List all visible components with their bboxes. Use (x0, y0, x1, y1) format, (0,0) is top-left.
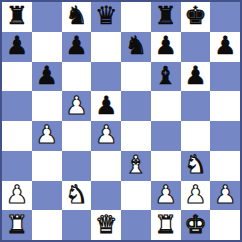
square-b6[interactable]: ♟ (32, 62, 62, 92)
square-d2[interactable] (91, 181, 121, 211)
square-f7[interactable]: ♟ (151, 32, 181, 62)
black-pawn[interactable]: ♟ (35, 63, 57, 88)
square-d1[interactable]: ♛ (91, 210, 121, 240)
chess-board: ♜♞♛♜♚♟♟♞♟♟♟♝♟♟♟♟♟♝♞♟♞♟♟♟♜♛♜♚ (2, 2, 240, 240)
square-e6[interactable] (121, 62, 151, 92)
square-d5[interactable]: ♟ (91, 91, 121, 121)
square-h3[interactable] (210, 151, 240, 181)
square-d8[interactable]: ♛ (91, 2, 121, 32)
black-pawn[interactable]: ♟ (214, 33, 236, 58)
square-b5[interactable] (32, 91, 62, 121)
square-f1[interactable]: ♜ (151, 210, 181, 240)
square-e3[interactable]: ♝ (121, 151, 151, 181)
black-pawn[interactable]: ♟ (154, 33, 176, 58)
white-knight[interactable]: ♞ (65, 182, 87, 207)
square-a4[interactable] (2, 121, 32, 151)
chess-board-frame: ♜♞♛♜♚♟♟♞♟♟♟♝♟♟♟♟♟♝♞♟♞♟♟♟♜♛♜♚ (0, 0, 242, 242)
square-c6[interactable] (62, 62, 92, 92)
black-queen[interactable]: ♛ (95, 3, 117, 28)
black-knight[interactable]: ♞ (65, 3, 87, 28)
square-d6[interactable] (91, 62, 121, 92)
square-f3[interactable] (151, 151, 181, 181)
square-c7[interactable]: ♟ (62, 32, 92, 62)
black-pawn[interactable]: ♟ (6, 33, 28, 58)
white-pawn[interactable]: ♟ (95, 122, 117, 147)
square-g8[interactable]: ♚ (181, 2, 211, 32)
square-g6[interactable]: ♟ (181, 62, 211, 92)
square-e5[interactable] (121, 91, 151, 121)
square-b2[interactable] (32, 181, 62, 211)
white-pawn[interactable]: ♟ (35, 122, 57, 147)
square-f8[interactable]: ♜ (151, 2, 181, 32)
square-g5[interactable] (181, 91, 211, 121)
square-h4[interactable] (210, 121, 240, 151)
square-g7[interactable] (181, 32, 211, 62)
black-pawn[interactable]: ♟ (65, 33, 87, 58)
square-f6[interactable]: ♝ (151, 62, 181, 92)
black-pawn[interactable]: ♟ (184, 63, 206, 88)
black-rook[interactable]: ♜ (6, 3, 28, 28)
white-pawn[interactable]: ♟ (184, 182, 206, 207)
square-g4[interactable] (181, 121, 211, 151)
square-b1[interactable] (32, 210, 62, 240)
square-e2[interactable] (121, 181, 151, 211)
square-g3[interactable]: ♞ (181, 151, 211, 181)
square-e4[interactable] (121, 121, 151, 151)
black-bishop[interactable]: ♝ (154, 63, 176, 88)
square-e7[interactable]: ♞ (121, 32, 151, 62)
square-f5[interactable] (151, 91, 181, 121)
square-b4[interactable]: ♟ (32, 121, 62, 151)
square-a3[interactable] (2, 151, 32, 181)
square-c1[interactable] (62, 210, 92, 240)
white-pawn[interactable]: ♟ (6, 182, 28, 207)
black-pawn[interactable]: ♟ (95, 93, 117, 118)
square-d4[interactable]: ♟ (91, 121, 121, 151)
square-c8[interactable]: ♞ (62, 2, 92, 32)
square-c4[interactable] (62, 121, 92, 151)
square-h6[interactable] (210, 62, 240, 92)
square-h5[interactable] (210, 91, 240, 121)
white-pawn[interactable]: ♟ (65, 93, 87, 118)
square-h7[interactable]: ♟ (210, 32, 240, 62)
white-pawn[interactable]: ♟ (154, 182, 176, 207)
square-d3[interactable] (91, 151, 121, 181)
square-h8[interactable] (210, 2, 240, 32)
white-rook[interactable]: ♜ (6, 212, 28, 237)
white-king[interactable]: ♚ (184, 212, 206, 237)
black-knight[interactable]: ♞ (125, 33, 147, 58)
white-queen[interactable]: ♛ (95, 212, 117, 237)
white-rook[interactable]: ♜ (154, 212, 176, 237)
square-c5[interactable]: ♟ (62, 91, 92, 121)
square-a1[interactable]: ♜ (2, 210, 32, 240)
square-e8[interactable] (121, 2, 151, 32)
white-knight[interactable]: ♞ (184, 152, 206, 177)
square-a5[interactable] (2, 91, 32, 121)
square-d7[interactable] (91, 32, 121, 62)
square-a2[interactable]: ♟ (2, 181, 32, 211)
square-h1[interactable] (210, 210, 240, 240)
square-b3[interactable] (32, 151, 62, 181)
square-b8[interactable] (32, 2, 62, 32)
square-c3[interactable] (62, 151, 92, 181)
square-f2[interactable]: ♟ (151, 181, 181, 211)
black-rook[interactable]: ♜ (154, 3, 176, 28)
square-a6[interactable] (2, 62, 32, 92)
square-g2[interactable]: ♟ (181, 181, 211, 211)
square-a8[interactable]: ♜ (2, 2, 32, 32)
square-c2[interactable]: ♞ (62, 181, 92, 211)
square-h2[interactable]: ♟ (210, 181, 240, 211)
square-f4[interactable] (151, 121, 181, 151)
square-a7[interactable]: ♟ (2, 32, 32, 62)
square-g1[interactable]: ♚ (181, 210, 211, 240)
square-e1[interactable] (121, 210, 151, 240)
white-bishop[interactable]: ♝ (125, 152, 147, 177)
square-b7[interactable] (32, 32, 62, 62)
black-king[interactable]: ♚ (184, 3, 206, 28)
white-pawn[interactable]: ♟ (214, 182, 236, 207)
